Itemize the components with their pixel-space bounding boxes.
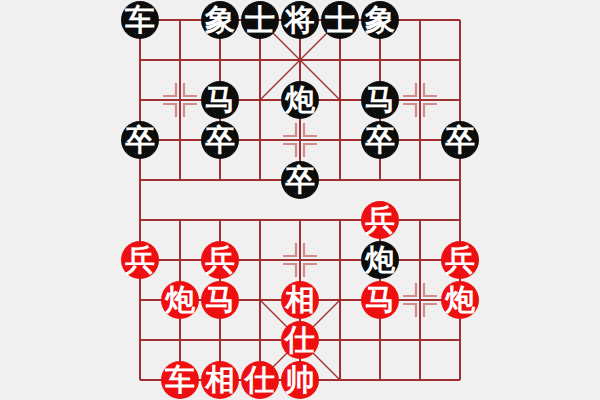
piece-red-soldier[interactable]: 兵 — [441, 241, 479, 279]
piece-red-soldier[interactable]: 兵 — [361, 201, 399, 239]
piece-black-soldier[interactable]: 卒 — [121, 121, 159, 159]
piece-red-cannon[interactable]: 炮 — [161, 281, 199, 319]
piece-red-horse[interactable]: 马 — [201, 281, 239, 319]
piece-black-horse[interactable]: 马 — [201, 81, 239, 119]
piece-black-cannon[interactable]: 炮 — [361, 241, 399, 279]
piece-black-soldier[interactable]: 卒 — [201, 121, 239, 159]
piece-black-advisor[interactable]: 士 — [321, 1, 359, 39]
piece-red-advisor[interactable]: 仕 — [241, 361, 279, 399]
piece-black-soldier[interactable]: 卒 — [441, 121, 479, 159]
piece-black-advisor[interactable]: 士 — [241, 1, 279, 39]
piece-red-soldier[interactable]: 兵 — [201, 241, 239, 279]
piece-red-horse[interactable]: 马 — [361, 281, 399, 319]
piece-black-soldier[interactable]: 卒 — [281, 161, 319, 199]
piece-red-elephant[interactable]: 相 — [201, 361, 239, 399]
piece-red-elephant[interactable]: 相 — [281, 281, 319, 319]
piece-red-soldier[interactable]: 兵 — [121, 241, 159, 279]
piece-red-cannon[interactable]: 炮 — [441, 281, 479, 319]
piece-black-chariot[interactable]: 车 — [121, 1, 159, 39]
piece-black-horse[interactable]: 马 — [361, 81, 399, 119]
pieces-layer: 车象士将士象马炮马卒卒卒卒卒炮兵兵兵兵炮马相马炮仕车相仕帅 — [120, 0, 480, 400]
piece-black-soldier[interactable]: 卒 — [361, 121, 399, 159]
piece-black-elephant[interactable]: 象 — [201, 1, 239, 39]
piece-black-elephant[interactable]: 象 — [361, 1, 399, 39]
piece-black-cannon[interactable]: 炮 — [281, 81, 319, 119]
piece-red-chariot[interactable]: 车 — [161, 361, 199, 399]
piece-black-general[interactable]: 将 — [281, 1, 319, 39]
piece-red-general[interactable]: 帅 — [281, 361, 319, 399]
piece-red-advisor[interactable]: 仕 — [281, 321, 319, 359]
xiangqi-board[interactable]: 车象士将士象马炮马卒卒卒卒卒炮兵兵兵兵炮马相马炮仕车相仕帅 — [0, 0, 600, 400]
